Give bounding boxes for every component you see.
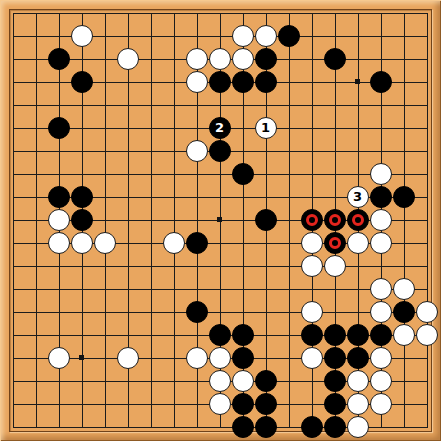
board-cell [47, 415, 70, 438]
board-cell [300, 277, 323, 300]
board-cell [47, 323, 70, 346]
black-stone [232, 324, 254, 346]
white-stone [209, 370, 231, 392]
board-cell [1, 277, 24, 300]
black-stone [255, 209, 277, 231]
board-cell [231, 392, 254, 415]
board-cell [24, 323, 47, 346]
board-cell [415, 369, 438, 392]
white-stone [393, 324, 415, 346]
black-stone [370, 71, 392, 93]
board-cell [208, 254, 231, 277]
board-cell [369, 231, 392, 254]
black-stone [324, 347, 346, 369]
board-cell [346, 254, 369, 277]
board-cell [93, 415, 116, 438]
board-cell [277, 323, 300, 346]
white-stone [301, 255, 323, 277]
board-cell [369, 415, 392, 438]
board-cell [300, 323, 323, 346]
board-cell [162, 116, 185, 139]
black-stone [324, 416, 346, 438]
board-cell [300, 93, 323, 116]
board-cell [231, 415, 254, 438]
board-cell [369, 277, 392, 300]
board-cell [323, 415, 346, 438]
board-cell [24, 47, 47, 70]
board-cell [70, 70, 93, 93]
board-cell [70, 392, 93, 415]
board-cell [162, 70, 185, 93]
board-cell [1, 70, 24, 93]
white-stone [370, 209, 392, 231]
board-cell [47, 1, 70, 24]
board-cell [277, 392, 300, 415]
board-cell [93, 139, 116, 162]
board-cell [70, 254, 93, 277]
board-cell [162, 24, 185, 47]
black-stone [71, 186, 93, 208]
board-cell [139, 1, 162, 24]
board-cell [47, 392, 70, 415]
white-stone [370, 393, 392, 415]
board-cell [1, 369, 24, 392]
board-cell [392, 93, 415, 116]
circle-mark [306, 214, 318, 226]
board-cell [346, 47, 369, 70]
board-cell [116, 24, 139, 47]
board-cell [254, 415, 277, 438]
board-cell [162, 139, 185, 162]
board-cell [116, 323, 139, 346]
white-stone [370, 301, 392, 323]
board-cell [415, 231, 438, 254]
board-cell [116, 231, 139, 254]
board-cell [1, 139, 24, 162]
board-cell [93, 369, 116, 392]
board-cell: 2 [208, 116, 231, 139]
board-cell [185, 369, 208, 392]
white-stone [186, 347, 208, 369]
board-cell [323, 116, 346, 139]
board-cell [116, 116, 139, 139]
board-cell [24, 254, 47, 277]
board-cell [162, 231, 185, 254]
board-cell [1, 346, 24, 369]
white-stone [71, 25, 93, 47]
board-cell [231, 162, 254, 185]
board-cell [116, 254, 139, 277]
board-cell [162, 369, 185, 392]
white-stone [117, 347, 139, 369]
board-cell [47, 185, 70, 208]
white-stone [117, 48, 139, 70]
board-cell [93, 116, 116, 139]
board-cell [346, 208, 369, 231]
board-cell [231, 1, 254, 24]
white-stone [209, 48, 231, 70]
white-stone [71, 232, 93, 254]
board-cell [1, 254, 24, 277]
board-cell [93, 70, 116, 93]
board-cell [392, 70, 415, 93]
board-cell [277, 116, 300, 139]
black-stone [278, 25, 300, 47]
board-cell [208, 185, 231, 208]
board-cell [70, 369, 93, 392]
black-stone [255, 370, 277, 392]
board-cell [24, 116, 47, 139]
white-stone [232, 48, 254, 70]
board-cell [346, 1, 369, 24]
board-cell [346, 346, 369, 369]
board-cell [162, 254, 185, 277]
board-cell [116, 208, 139, 231]
board-cell [254, 231, 277, 254]
board-cell [369, 254, 392, 277]
board-cell [93, 93, 116, 116]
board-cell [70, 24, 93, 47]
board-cell [415, 116, 438, 139]
board-cell [392, 208, 415, 231]
board-cell [162, 277, 185, 300]
board-cell [415, 139, 438, 162]
board-cell [369, 185, 392, 208]
board-cell [415, 185, 438, 208]
board-cell [24, 277, 47, 300]
board-cell [93, 277, 116, 300]
board-cell [346, 162, 369, 185]
board-cell [185, 277, 208, 300]
board-cell [93, 346, 116, 369]
board-cell [300, 300, 323, 323]
black-stone [324, 232, 346, 254]
board-cell [254, 300, 277, 323]
white-stone [186, 71, 208, 93]
black-stone [370, 186, 392, 208]
board-cell [300, 185, 323, 208]
board-cell [392, 415, 415, 438]
black-stone [48, 186, 70, 208]
board-cell [415, 277, 438, 300]
white-stone [370, 278, 392, 300]
board-cell [139, 231, 162, 254]
board-cell [70, 162, 93, 185]
board-cell [93, 254, 116, 277]
board-cell [346, 323, 369, 346]
board-cell [277, 415, 300, 438]
board-cell [116, 277, 139, 300]
board-cell [70, 300, 93, 323]
white-stone [301, 232, 323, 254]
white-stone [186, 48, 208, 70]
board-cell [162, 208, 185, 231]
board-cell [231, 254, 254, 277]
board-cell [346, 24, 369, 47]
white-stone [370, 232, 392, 254]
board-cell [1, 1, 24, 24]
black-stone [393, 301, 415, 323]
board-cell [323, 369, 346, 392]
board-cell [300, 254, 323, 277]
board-cell [300, 24, 323, 47]
board-cell [231, 139, 254, 162]
board-cell [254, 47, 277, 70]
white-stone [370, 370, 392, 392]
white-stone [347, 393, 369, 415]
board-cell [277, 231, 300, 254]
black-stone [71, 71, 93, 93]
board-cell [369, 300, 392, 323]
board-cell [323, 185, 346, 208]
board-cell [254, 369, 277, 392]
board-cell [254, 323, 277, 346]
circle-mark [352, 214, 364, 226]
white-stone [48, 347, 70, 369]
white-stone [163, 232, 185, 254]
black-stone [232, 163, 254, 185]
board-cell [185, 139, 208, 162]
board-cell [369, 323, 392, 346]
board-cell [369, 162, 392, 185]
board-cell [300, 415, 323, 438]
circle-mark [329, 214, 341, 226]
white-stone [209, 347, 231, 369]
board-cell [415, 346, 438, 369]
black-stone [301, 416, 323, 438]
board-cell [116, 47, 139, 70]
board-grid: 213 [1, 1, 438, 438]
board-cell [323, 139, 346, 162]
board-cell [116, 300, 139, 323]
board-cell [162, 415, 185, 438]
white-stone [301, 301, 323, 323]
white-stone [209, 393, 231, 415]
black-stone [255, 48, 277, 70]
board-cell [392, 346, 415, 369]
board-cell [208, 1, 231, 24]
board-cell [185, 24, 208, 47]
board-cell [70, 93, 93, 116]
board-cell [24, 392, 47, 415]
board-cell [369, 346, 392, 369]
board-cell [24, 1, 47, 24]
board-cell [254, 254, 277, 277]
board-cell [231, 277, 254, 300]
board-cell [185, 47, 208, 70]
board-cell [1, 185, 24, 208]
board-cell [277, 277, 300, 300]
black-stone [71, 209, 93, 231]
board-cell [116, 369, 139, 392]
board-cell: 3 [346, 185, 369, 208]
black-stone [301, 324, 323, 346]
black-stone [347, 209, 369, 231]
board-cell [47, 277, 70, 300]
circle-mark [329, 237, 341, 249]
black-stone [232, 347, 254, 369]
board-cell [47, 47, 70, 70]
board-cell [185, 185, 208, 208]
board-cell [1, 93, 24, 116]
board-cell [254, 185, 277, 208]
board-cell [254, 24, 277, 47]
board-cell [392, 323, 415, 346]
board-cell [323, 47, 346, 70]
board-cell [415, 93, 438, 116]
board-cell [116, 346, 139, 369]
go-board-frame: 213 [0, 0, 441, 441]
board-cell [162, 185, 185, 208]
board-cell [208, 47, 231, 70]
board-cell [415, 323, 438, 346]
black-stone [209, 324, 231, 346]
board-cell [162, 346, 185, 369]
board-cell [93, 392, 116, 415]
black-stone [255, 393, 277, 415]
board-cell [162, 1, 185, 24]
board-cell [392, 47, 415, 70]
white-stone [347, 370, 369, 392]
board-cell [346, 392, 369, 415]
white-stone [324, 255, 346, 277]
board-cell [300, 369, 323, 392]
white-stone [255, 25, 277, 47]
board-cell [47, 231, 70, 254]
white-stone [393, 278, 415, 300]
white-stone [370, 347, 392, 369]
board-cell [185, 254, 208, 277]
black-stone [301, 209, 323, 231]
black-stone: 2 [209, 117, 231, 139]
board-cell [323, 231, 346, 254]
white-stone [94, 232, 116, 254]
board-cell [24, 208, 47, 231]
black-stone [324, 48, 346, 70]
board-cell [323, 93, 346, 116]
board-cell [254, 93, 277, 116]
black-stone [186, 301, 208, 323]
black-stone [324, 324, 346, 346]
board-cell [185, 392, 208, 415]
board-cell [185, 1, 208, 24]
board-cell [300, 139, 323, 162]
move-number-label: 1 [261, 121, 270, 134]
board-cell [392, 277, 415, 300]
board-cell [139, 323, 162, 346]
board-cell [346, 277, 369, 300]
board-cell [93, 231, 116, 254]
board-cell [47, 24, 70, 47]
board-cell [415, 162, 438, 185]
board-cell [369, 24, 392, 47]
board-cell [369, 70, 392, 93]
board-cell [162, 162, 185, 185]
board-cell [70, 323, 93, 346]
board-cell [185, 415, 208, 438]
board-cell [1, 208, 24, 231]
board-cell [1, 24, 24, 47]
black-stone [324, 393, 346, 415]
board-cell [24, 24, 47, 47]
board-cell [208, 208, 231, 231]
black-stone [393, 186, 415, 208]
board-cell [139, 139, 162, 162]
board-cell [116, 162, 139, 185]
black-stone [347, 347, 369, 369]
board-cell [300, 162, 323, 185]
board-cell [116, 415, 139, 438]
board-cell [392, 162, 415, 185]
board-cell [254, 208, 277, 231]
board-cell [1, 116, 24, 139]
board-cell [47, 300, 70, 323]
board-cell [300, 47, 323, 70]
board-cell [93, 300, 116, 323]
board-cell [47, 369, 70, 392]
black-stone [48, 48, 70, 70]
board-cell [254, 392, 277, 415]
board-cell [277, 208, 300, 231]
board-cell [162, 47, 185, 70]
board-cell [139, 24, 162, 47]
board-cell [70, 139, 93, 162]
board-cell [369, 116, 392, 139]
board-cell [300, 116, 323, 139]
board-cell [369, 369, 392, 392]
board-cell [369, 93, 392, 116]
board-cell [231, 300, 254, 323]
white-stone: 1 [255, 117, 277, 139]
board-cell [323, 24, 346, 47]
board-cell [300, 392, 323, 415]
black-stone [186, 232, 208, 254]
board-cell [185, 231, 208, 254]
board-cell [139, 208, 162, 231]
board-cell [70, 47, 93, 70]
board-cell [116, 185, 139, 208]
board-cell [415, 392, 438, 415]
board-cell [392, 392, 415, 415]
board-cell [208, 277, 231, 300]
board-cell [208, 346, 231, 369]
board-cell [415, 24, 438, 47]
white-stone [416, 324, 438, 346]
board-cell [70, 277, 93, 300]
board-cell [208, 24, 231, 47]
black-stone [324, 370, 346, 392]
white-stone [347, 416, 369, 438]
board-cell [116, 70, 139, 93]
board-cell [277, 139, 300, 162]
board-cell [231, 346, 254, 369]
board-cell [277, 369, 300, 392]
black-stone [209, 140, 231, 162]
board-cell [323, 346, 346, 369]
board-cell [47, 208, 70, 231]
board-cell [415, 1, 438, 24]
board-cell [346, 231, 369, 254]
board-cell [254, 277, 277, 300]
board-cell [392, 231, 415, 254]
board-cell [323, 323, 346, 346]
board-cell [346, 369, 369, 392]
white-stone [48, 209, 70, 231]
white-stone [370, 163, 392, 185]
board-cell [47, 116, 70, 139]
board-cell [231, 93, 254, 116]
board-cell [208, 93, 231, 116]
